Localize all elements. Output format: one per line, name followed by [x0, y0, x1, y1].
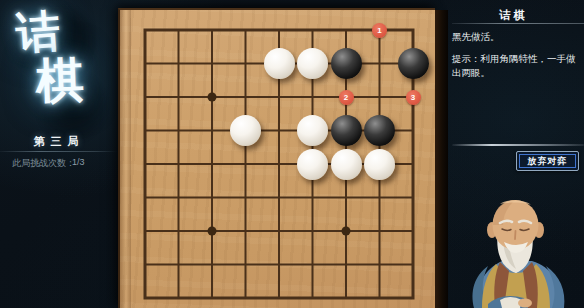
calligraphy-title-char-2: 棋 — [35, 55, 85, 105]
stone-black — [398, 48, 429, 79]
attempts-label: 此局挑战次数： — [12, 158, 75, 168]
star-point — [208, 227, 217, 236]
star-point — [208, 93, 217, 102]
stone-white — [297, 115, 328, 146]
move-marker-1: 1 — [372, 23, 387, 38]
stone-black — [364, 115, 395, 146]
stone-white — [297, 149, 328, 180]
stone-white — [297, 48, 328, 79]
stone-white — [264, 48, 295, 79]
sidebar-divider — [0, 151, 118, 152]
star-point — [342, 227, 351, 236]
round-label: 第三局 — [0, 134, 112, 149]
game-screen: 诘 棋 第三局 此局挑战次数： 1/3 123 诘棋 黑先做活。 提示：利用角隅… — [0, 0, 584, 308]
panel-divider-top — [452, 23, 584, 24]
move-marker-3: 3 — [406, 90, 421, 105]
attempts-row: 此局挑战次数： 1/3 — [12, 157, 112, 170]
panel-divider-bottom — [452, 144, 584, 146]
stone-white — [364, 149, 395, 180]
npc-portrait — [448, 192, 584, 308]
panel-title: 诘棋 — [447, 8, 577, 23]
stone-white — [230, 115, 261, 146]
move-marker-2: 2 — [339, 90, 354, 105]
surrender-button[interactable]: 放弃对弈 — [516, 151, 579, 171]
go-board[interactable]: 123 — [118, 8, 435, 308]
hint-text: 提示：利用角隅特性，一手做出两眼。 — [452, 52, 582, 80]
stone-white — [331, 149, 362, 180]
stone-black — [331, 48, 362, 79]
board-side-edge — [435, 10, 448, 308]
attempts-value: 1/3 — [72, 157, 85, 167]
calligraphy-title-char-1: 诘 — [15, 9, 62, 56]
stone-black — [331, 115, 362, 146]
objective-text: 黑先做活。 — [452, 31, 580, 44]
